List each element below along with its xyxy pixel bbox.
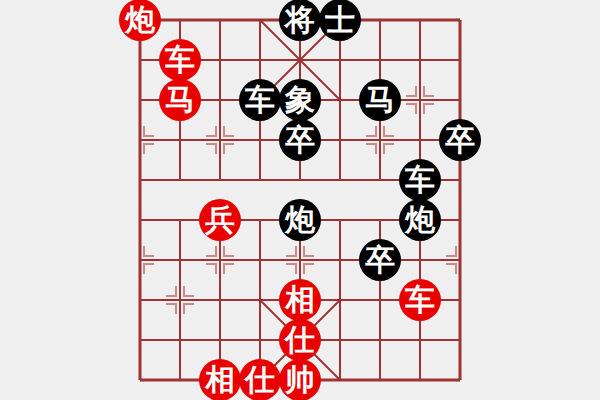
piece-red-elephant[interactable]: 相 bbox=[199, 359, 241, 400]
piece-black-cannon[interactable]: 炮 bbox=[399, 199, 441, 241]
piece-black-horse[interactable]: 马 bbox=[359, 79, 401, 121]
piece-black-advisor[interactable]: 士 bbox=[319, 0, 361, 41]
piece-black-chariot[interactable]: 车 bbox=[239, 79, 281, 121]
piece-red-elephant[interactable]: 相 bbox=[279, 279, 321, 321]
piece-black-chariot[interactable]: 车 bbox=[399, 159, 441, 201]
piece-black-general[interactable]: 将 bbox=[279, 0, 321, 41]
piece-red-advisor[interactable]: 仕 bbox=[279, 319, 321, 361]
piece-red-advisor[interactable]: 仕 bbox=[239, 359, 281, 400]
xiangqi-board[interactable]: 炮车马兵相车仕相仕帅将士车象马卒卒车炮炮卒 bbox=[120, 0, 480, 400]
xiangqi-board-area: 炮车马兵相车仕相仕帅将士车象马卒卒车炮炮卒 bbox=[0, 0, 600, 400]
piece-black-elephant[interactable]: 象 bbox=[279, 79, 321, 121]
piece-red-cannon[interactable]: 炮 bbox=[119, 0, 161, 41]
piece-red-soldier[interactable]: 兵 bbox=[199, 199, 241, 241]
piece-black-soldier[interactable]: 卒 bbox=[439, 119, 481, 161]
piece-red-chariot[interactable]: 车 bbox=[159, 39, 201, 81]
piece-red-general[interactable]: 帅 bbox=[279, 359, 321, 400]
piece-red-chariot[interactable]: 车 bbox=[399, 279, 441, 321]
piece-black-soldier[interactable]: 卒 bbox=[359, 239, 401, 281]
piece-black-soldier[interactable]: 卒 bbox=[279, 119, 321, 161]
piece-red-horse[interactable]: 马 bbox=[159, 79, 201, 121]
piece-black-cannon[interactable]: 炮 bbox=[279, 199, 321, 241]
